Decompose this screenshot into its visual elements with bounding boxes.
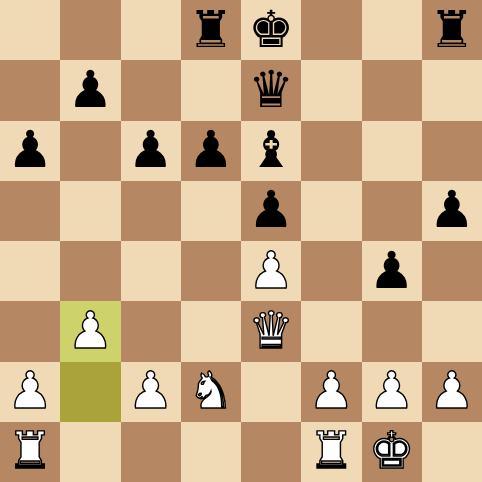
square-g3[interactable] bbox=[362, 301, 422, 361]
white-pawn[interactable]: ♟ bbox=[309, 365, 355, 416]
square-e5[interactable]: ♟ bbox=[241, 181, 301, 241]
white-knight[interactable]: ♞ bbox=[188, 365, 234, 416]
square-g1[interactable]: ♚ bbox=[362, 422, 422, 482]
square-b3[interactable]: ♟ bbox=[60, 301, 120, 361]
square-f5[interactable] bbox=[301, 181, 361, 241]
square-a8[interactable] bbox=[0, 0, 60, 60]
square-g8[interactable] bbox=[362, 0, 422, 60]
black-queen[interactable]: ♛ bbox=[248, 64, 294, 115]
square-g2[interactable]: ♟ bbox=[362, 362, 422, 422]
square-h4[interactable] bbox=[422, 241, 482, 301]
square-g4[interactable]: ♟ bbox=[362, 241, 422, 301]
black-rook[interactable]: ♜ bbox=[188, 4, 234, 55]
square-e4[interactable]: ♟ bbox=[241, 241, 301, 301]
square-h1[interactable] bbox=[422, 422, 482, 482]
square-h5[interactable]: ♟ bbox=[422, 181, 482, 241]
square-h6[interactable] bbox=[422, 121, 482, 181]
black-pawn[interactable]: ♟ bbox=[7, 124, 53, 175]
square-f1[interactable]: ♜ bbox=[301, 422, 361, 482]
square-a5[interactable] bbox=[0, 181, 60, 241]
square-d1[interactable] bbox=[181, 422, 241, 482]
white-queen[interactable]: ♛ bbox=[248, 305, 294, 356]
square-g5[interactable] bbox=[362, 181, 422, 241]
square-e7[interactable]: ♛ bbox=[241, 60, 301, 120]
square-e8[interactable]: ♚ bbox=[241, 0, 301, 60]
square-d6[interactable]: ♟ bbox=[181, 121, 241, 181]
white-pawn[interactable]: ♟ bbox=[128, 365, 174, 416]
square-h8[interactable]: ♜ bbox=[422, 0, 482, 60]
square-h7[interactable] bbox=[422, 60, 482, 120]
square-g7[interactable] bbox=[362, 60, 422, 120]
square-a2[interactable]: ♟ bbox=[0, 362, 60, 422]
black-pawn[interactable]: ♟ bbox=[429, 184, 475, 235]
white-pawn[interactable]: ♟ bbox=[7, 365, 53, 416]
square-b7[interactable]: ♟ bbox=[60, 60, 120, 120]
square-c6[interactable]: ♟ bbox=[121, 121, 181, 181]
white-pawn[interactable]: ♟ bbox=[369, 365, 415, 416]
square-h3[interactable] bbox=[422, 301, 482, 361]
square-c7[interactable] bbox=[121, 60, 181, 120]
square-c5[interactable] bbox=[121, 181, 181, 241]
square-d4[interactable] bbox=[181, 241, 241, 301]
chess-board-container: ♜♚♜♟♛♟♟♟♝♟♟♟♟♟♛♟♟♞♟♟♟♜♜♚ bbox=[0, 0, 482, 482]
square-e1[interactable] bbox=[241, 422, 301, 482]
white-pawn[interactable]: ♟ bbox=[248, 245, 294, 296]
square-e3[interactable]: ♛ bbox=[241, 301, 301, 361]
square-c2[interactable]: ♟ bbox=[121, 362, 181, 422]
black-pawn[interactable]: ♟ bbox=[188, 124, 234, 175]
square-b6[interactable] bbox=[60, 121, 120, 181]
white-rook[interactable]: ♜ bbox=[309, 425, 355, 476]
square-d7[interactable] bbox=[181, 60, 241, 120]
square-a1[interactable]: ♜ bbox=[0, 422, 60, 482]
square-f6[interactable] bbox=[301, 121, 361, 181]
square-f7[interactable] bbox=[301, 60, 361, 120]
square-f2[interactable]: ♟ bbox=[301, 362, 361, 422]
square-c3[interactable] bbox=[121, 301, 181, 361]
black-pawn[interactable]: ♟ bbox=[248, 184, 294, 235]
black-bishop[interactable]: ♝ bbox=[248, 124, 294, 175]
square-d2[interactable]: ♞ bbox=[181, 362, 241, 422]
square-e2[interactable] bbox=[241, 362, 301, 422]
square-c4[interactable] bbox=[121, 241, 181, 301]
chess-board: ♜♚♜♟♛♟♟♟♝♟♟♟♟♟♛♟♟♞♟♟♟♜♜♚ bbox=[0, 0, 482, 482]
square-d8[interactable]: ♜ bbox=[181, 0, 241, 60]
white-rook[interactable]: ♜ bbox=[7, 425, 53, 476]
square-c1[interactable] bbox=[121, 422, 181, 482]
square-f8[interactable] bbox=[301, 0, 361, 60]
square-f3[interactable] bbox=[301, 301, 361, 361]
square-b8[interactable] bbox=[60, 0, 120, 60]
square-d5[interactable] bbox=[181, 181, 241, 241]
square-c8[interactable] bbox=[121, 0, 181, 60]
square-b2[interactable] bbox=[60, 362, 120, 422]
square-g6[interactable] bbox=[362, 121, 422, 181]
square-a7[interactable] bbox=[0, 60, 60, 120]
black-pawn[interactable]: ♟ bbox=[68, 64, 114, 115]
square-h2[interactable]: ♟ bbox=[422, 362, 482, 422]
black-pawn[interactable]: ♟ bbox=[369, 245, 415, 296]
square-a4[interactable] bbox=[0, 241, 60, 301]
black-rook[interactable]: ♜ bbox=[429, 4, 475, 55]
square-b4[interactable] bbox=[60, 241, 120, 301]
black-king[interactable]: ♚ bbox=[248, 4, 294, 55]
white-pawn[interactable]: ♟ bbox=[68, 305, 114, 356]
square-a3[interactable] bbox=[0, 301, 60, 361]
square-a6[interactable]: ♟ bbox=[0, 121, 60, 181]
square-f4[interactable] bbox=[301, 241, 361, 301]
square-e6[interactable]: ♝ bbox=[241, 121, 301, 181]
white-pawn[interactable]: ♟ bbox=[429, 365, 475, 416]
white-king[interactable]: ♚ bbox=[369, 425, 415, 476]
black-pawn[interactable]: ♟ bbox=[128, 124, 174, 175]
square-b1[interactable] bbox=[60, 422, 120, 482]
square-b5[interactable] bbox=[60, 181, 120, 241]
square-d3[interactable] bbox=[181, 301, 241, 361]
